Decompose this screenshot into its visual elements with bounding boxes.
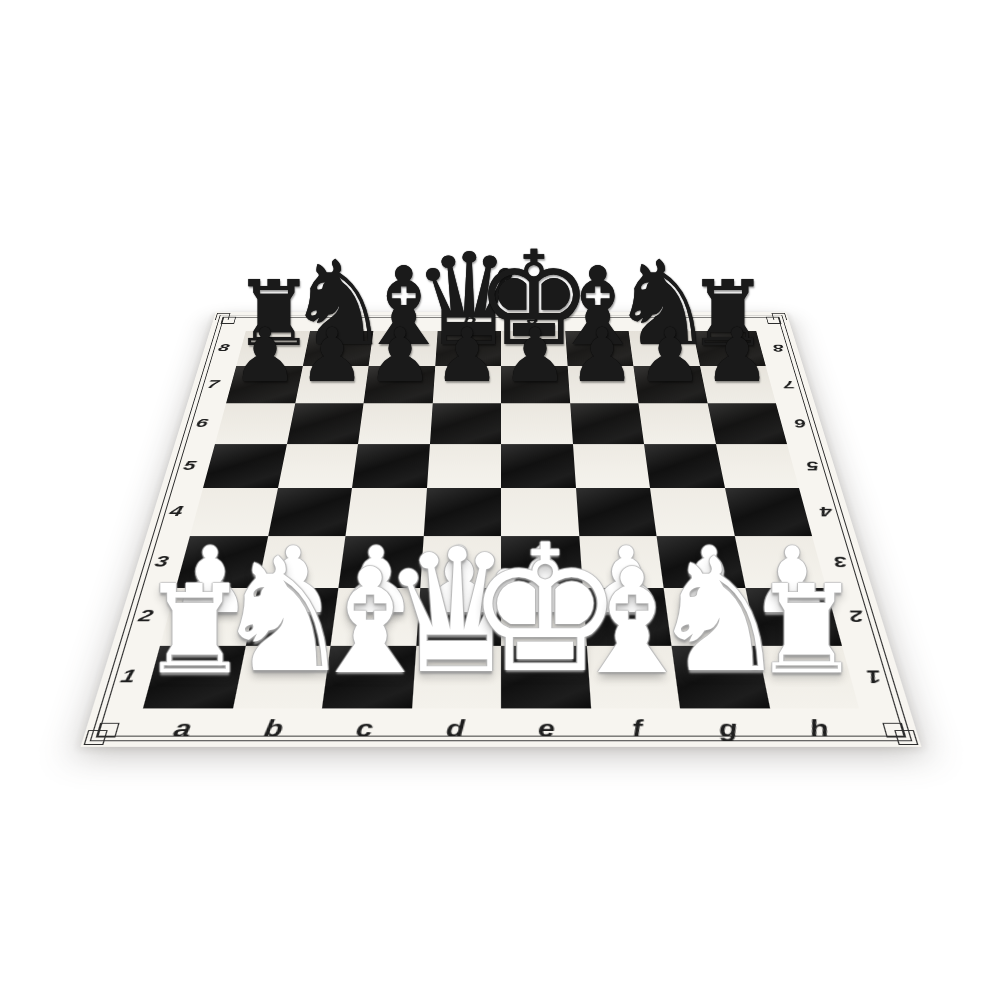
piece-black-pawn-f7[interactable]: ♟ [569, 319, 636, 393]
pieces-layer: ♜♞♝♛♚♝♞♜♟♟♟♟♟♟♟♟♟♟♟♟♟♟♟♟♜♞♝♛♚♝♞♜ [0, 0, 1000, 1000]
piece-white-rook-h1[interactable]: ♜ [752, 569, 861, 691]
product-photo-stage: aabbccddeeffgghh1122334455667788 ♜♞♝♛♚♝♞… [0, 0, 1000, 1000]
piece-black-pawn-d7[interactable]: ♟ [434, 319, 501, 393]
piece-black-pawn-c7[interactable]: ♟ [367, 319, 434, 393]
piece-black-pawn-g7[interactable]: ♟ [636, 319, 703, 393]
piece-black-pawn-h7[interactable]: ♟ [704, 319, 771, 393]
piece-black-pawn-b7[interactable]: ♟ [299, 319, 366, 393]
piece-black-pawn-a7[interactable]: ♟ [232, 319, 299, 393]
piece-black-pawn-e7[interactable]: ♟ [501, 319, 568, 393]
